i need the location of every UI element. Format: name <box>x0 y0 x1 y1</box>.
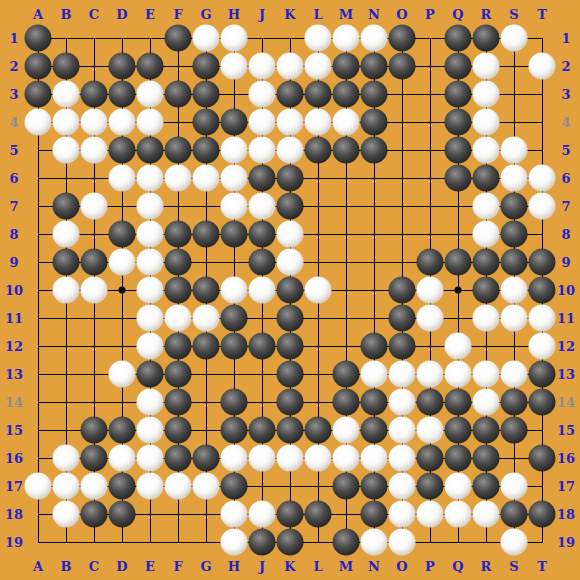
star-point-D10 <box>119 287 126 294</box>
stone-black-E2[interactable] <box>137 53 164 80</box>
row-label-right-15: 15 <box>557 423 575 438</box>
stone-black-J19[interactable] <box>249 529 276 556</box>
stone-black-T9[interactable] <box>529 249 556 276</box>
stone-black-F16[interactable] <box>165 445 192 472</box>
stone-white-T6[interactable] <box>529 165 556 192</box>
col-label-top-D: D <box>116 7 127 22</box>
stone-white-K5[interactable] <box>277 137 304 164</box>
stone-white-R2[interactable] <box>473 53 500 80</box>
stone-black-D15[interactable] <box>109 417 136 444</box>
stone-black-R6[interactable] <box>473 165 500 192</box>
stone-white-E11[interactable] <box>137 305 164 332</box>
stone-black-F10[interactable] <box>165 277 192 304</box>
stone-black-N14[interactable] <box>361 389 388 416</box>
stone-white-A17[interactable] <box>25 473 52 500</box>
row-label-left-6: 6 <box>9 171 18 186</box>
stone-white-E6[interactable] <box>137 165 164 192</box>
stone-white-T11[interactable] <box>529 305 556 332</box>
stone-white-G1[interactable] <box>193 25 220 52</box>
stone-white-S1[interactable] <box>501 25 528 52</box>
row-label-right-18: 18 <box>557 507 575 522</box>
stone-white-D16[interactable] <box>109 445 136 472</box>
row-label-left-13: 13 <box>5 367 23 382</box>
stone-black-T18[interactable] <box>529 501 556 528</box>
row-label-left-12: 12 <box>5 339 23 354</box>
col-label-bottom-L: L <box>313 559 322 574</box>
stone-black-Q3[interactable] <box>445 81 472 108</box>
stone-white-M4[interactable] <box>333 109 360 136</box>
stone-black-T16[interactable] <box>529 445 556 472</box>
stone-black-K6[interactable] <box>277 165 304 192</box>
col-label-bottom-E: E <box>145 559 155 574</box>
row-label-right-17: 17 <box>557 479 575 494</box>
col-label-bottom-H: H <box>228 559 240 574</box>
col-label-top-P: P <box>425 7 435 22</box>
stone-black-A3[interactable] <box>25 81 52 108</box>
stone-black-K15[interactable] <box>277 417 304 444</box>
stone-white-F6[interactable] <box>165 165 192 192</box>
stone-white-S13[interactable] <box>501 361 528 388</box>
stone-black-C16[interactable] <box>81 445 108 472</box>
stone-white-S17[interactable] <box>501 473 528 500</box>
stone-white-H1[interactable] <box>221 25 248 52</box>
stone-white-N16[interactable] <box>361 445 388 472</box>
stone-white-O15[interactable] <box>389 417 416 444</box>
stone-black-K12[interactable] <box>277 333 304 360</box>
stone-white-N19[interactable] <box>361 529 388 556</box>
stone-white-D4[interactable] <box>109 109 136 136</box>
stone-black-B7[interactable] <box>53 193 80 220</box>
col-label-bottom-J: J <box>259 559 265 574</box>
stone-black-B9[interactable] <box>53 249 80 276</box>
row-label-left-9: 9 <box>9 255 18 270</box>
stone-white-R8[interactable] <box>473 221 500 248</box>
stone-black-S9[interactable] <box>501 249 528 276</box>
stone-black-F5[interactable] <box>165 137 192 164</box>
stone-black-Q1[interactable] <box>445 25 472 52</box>
stone-white-M16[interactable] <box>333 445 360 472</box>
stone-black-J9[interactable] <box>249 249 276 276</box>
stone-white-F17[interactable] <box>165 473 192 500</box>
stone-white-G11[interactable] <box>193 305 220 332</box>
stone-black-H15[interactable] <box>221 417 248 444</box>
stone-white-M1[interactable] <box>333 25 360 52</box>
col-label-bottom-Q: Q <box>452 559 463 574</box>
stone-white-P11[interactable] <box>417 305 444 332</box>
stone-white-C7[interactable] <box>81 193 108 220</box>
stone-black-K18[interactable] <box>277 501 304 528</box>
stone-black-Q2[interactable] <box>445 53 472 80</box>
stone-black-K10[interactable] <box>277 277 304 304</box>
stone-black-R9[interactable] <box>473 249 500 276</box>
stone-black-R1[interactable] <box>473 25 500 52</box>
stone-white-B5[interactable] <box>53 137 80 164</box>
stone-black-T13[interactable] <box>529 361 556 388</box>
stone-white-K4[interactable] <box>277 109 304 136</box>
stone-black-T10[interactable] <box>529 277 556 304</box>
col-label-top-H: H <box>228 7 240 22</box>
row-label-left-2: 2 <box>9 59 18 74</box>
stone-white-M15[interactable] <box>333 417 360 444</box>
stone-black-H8[interactable] <box>221 221 248 248</box>
stone-white-L10[interactable] <box>305 277 332 304</box>
stone-white-J5[interactable] <box>249 137 276 164</box>
stone-black-F12[interactable] <box>165 333 192 360</box>
stone-white-D13[interactable] <box>109 361 136 388</box>
stone-white-H2[interactable] <box>221 53 248 80</box>
stone-white-B16[interactable] <box>53 445 80 472</box>
stone-white-H16[interactable] <box>221 445 248 472</box>
stone-black-M2[interactable] <box>333 53 360 80</box>
row-label-left-19: 19 <box>5 535 23 550</box>
stone-black-L15[interactable] <box>305 417 332 444</box>
stone-black-J15[interactable] <box>249 417 276 444</box>
stone-white-O17[interactable] <box>389 473 416 500</box>
stone-black-H4[interactable] <box>221 109 248 136</box>
row-label-right-16: 16 <box>557 451 575 466</box>
stone-black-A1[interactable] <box>25 25 52 52</box>
stone-white-J4[interactable] <box>249 109 276 136</box>
col-label-bottom-F: F <box>173 559 182 574</box>
col-label-top-B: B <box>61 7 72 22</box>
stone-white-C4[interactable] <box>81 109 108 136</box>
col-label-top-K: K <box>284 7 295 22</box>
stone-white-S11[interactable] <box>501 305 528 332</box>
stone-black-F9[interactable] <box>165 249 192 276</box>
stone-black-H12[interactable] <box>221 333 248 360</box>
stone-white-O19[interactable] <box>389 529 416 556</box>
col-label-top-R: R <box>481 7 492 22</box>
col-label-top-O: O <box>396 7 407 22</box>
row-label-right-4: 4 <box>561 115 570 130</box>
stone-black-D18[interactable] <box>109 501 136 528</box>
row-label-right-19: 19 <box>557 535 575 550</box>
stone-white-B10[interactable] <box>53 277 80 304</box>
stone-black-K7[interactable] <box>277 193 304 220</box>
stone-black-M13[interactable] <box>333 361 360 388</box>
stone-black-K13[interactable] <box>277 361 304 388</box>
col-label-bottom-N: N <box>368 559 380 574</box>
stone-white-E16[interactable] <box>137 445 164 472</box>
stone-black-G10[interactable] <box>193 277 220 304</box>
stone-black-S15[interactable] <box>501 417 528 444</box>
stone-black-M3[interactable] <box>333 81 360 108</box>
row-label-right-11: 11 <box>557 311 575 326</box>
stone-black-M17[interactable] <box>333 473 360 500</box>
stone-black-D17[interactable] <box>109 473 136 500</box>
col-label-top-N: N <box>368 7 380 22</box>
stone-black-C15[interactable] <box>81 417 108 444</box>
stone-black-D8[interactable] <box>109 221 136 248</box>
stone-black-O12[interactable] <box>389 333 416 360</box>
stone-white-J3[interactable] <box>249 81 276 108</box>
stone-white-C10[interactable] <box>81 277 108 304</box>
stone-white-R3[interactable] <box>473 81 500 108</box>
stone-black-R17[interactable] <box>473 473 500 500</box>
row-label-left-15: 15 <box>5 423 23 438</box>
stone-black-F1[interactable] <box>165 25 192 52</box>
row-label-left-5: 5 <box>9 143 18 158</box>
stone-black-E5[interactable] <box>137 137 164 164</box>
stone-white-Q18[interactable] <box>445 501 472 528</box>
stone-black-G2[interactable] <box>193 53 220 80</box>
stone-black-K19[interactable] <box>277 529 304 556</box>
stone-black-H11[interactable] <box>221 305 248 332</box>
stone-white-H6[interactable] <box>221 165 248 192</box>
stone-white-R7[interactable] <box>473 193 500 220</box>
stone-white-R5[interactable] <box>473 137 500 164</box>
col-label-bottom-P: P <box>425 559 435 574</box>
stone-black-G3[interactable] <box>193 81 220 108</box>
stone-black-P16[interactable] <box>417 445 444 472</box>
stone-black-P14[interactable] <box>417 389 444 416</box>
stone-black-N17[interactable] <box>361 473 388 500</box>
stone-black-S14[interactable] <box>501 389 528 416</box>
stone-black-R16[interactable] <box>473 445 500 472</box>
stone-white-B18[interactable] <box>53 501 80 528</box>
stone-white-H10[interactable] <box>221 277 248 304</box>
stone-white-S10[interactable] <box>501 277 528 304</box>
stone-white-R18[interactable] <box>473 501 500 528</box>
stone-white-Q13[interactable] <box>445 361 472 388</box>
row-label-right-1: 1 <box>561 31 570 46</box>
stone-black-R10[interactable] <box>473 277 500 304</box>
stone-white-H19[interactable] <box>221 529 248 556</box>
stone-white-K9[interactable] <box>277 249 304 276</box>
stone-white-Q12[interactable] <box>445 333 472 360</box>
stone-white-R11[interactable] <box>473 305 500 332</box>
stone-white-O18[interactable] <box>389 501 416 528</box>
stone-white-O13[interactable] <box>389 361 416 388</box>
stone-black-R15[interactable] <box>473 417 500 444</box>
stone-white-D9[interactable] <box>109 249 136 276</box>
col-label-bottom-M: M <box>339 559 353 574</box>
stone-black-O2[interactable] <box>389 53 416 80</box>
stone-black-O11[interactable] <box>389 305 416 332</box>
row-label-left-14: 14 <box>5 395 23 410</box>
row-label-left-18: 18 <box>5 507 23 522</box>
stone-white-B3[interactable] <box>53 81 80 108</box>
row-label-right-3: 3 <box>561 87 570 102</box>
col-label-bottom-S: S <box>509 559 518 574</box>
stone-black-S7[interactable] <box>501 193 528 220</box>
stone-black-Q16[interactable] <box>445 445 472 472</box>
stone-white-R4[interactable] <box>473 109 500 136</box>
stone-black-K14[interactable] <box>277 389 304 416</box>
stone-white-S19[interactable] <box>501 529 528 556</box>
stone-black-G8[interactable] <box>193 221 220 248</box>
col-label-top-E: E <box>145 7 155 22</box>
row-label-left-3: 3 <box>9 87 18 102</box>
stone-black-L5[interactable] <box>305 137 332 164</box>
stone-white-E7[interactable] <box>137 193 164 220</box>
stone-black-D5[interactable] <box>109 137 136 164</box>
stone-white-J18[interactable] <box>249 501 276 528</box>
stone-black-N4[interactable] <box>361 109 388 136</box>
row-label-right-2: 2 <box>561 59 570 74</box>
stone-black-J12[interactable] <box>249 333 276 360</box>
stone-black-G4[interactable] <box>193 109 220 136</box>
col-label-bottom-O: O <box>396 559 407 574</box>
stone-white-E15[interactable] <box>137 417 164 444</box>
stone-black-E13[interactable] <box>137 361 164 388</box>
row-label-right-7: 7 <box>561 199 570 214</box>
stone-white-Q17[interactable] <box>445 473 472 500</box>
stone-black-G16[interactable] <box>193 445 220 472</box>
stone-white-O16[interactable] <box>389 445 416 472</box>
stone-black-N18[interactable] <box>361 501 388 528</box>
stone-white-J10[interactable] <box>249 277 276 304</box>
stone-black-H17[interactable] <box>221 473 248 500</box>
stone-black-J8[interactable] <box>249 221 276 248</box>
stone-black-L18[interactable] <box>305 501 332 528</box>
stone-black-S8[interactable] <box>501 221 528 248</box>
stone-white-E4[interactable] <box>137 109 164 136</box>
stone-black-M5[interactable] <box>333 137 360 164</box>
stone-black-M19[interactable] <box>333 529 360 556</box>
stone-black-A2[interactable] <box>25 53 52 80</box>
stone-white-T2[interactable] <box>529 53 556 80</box>
stone-white-C5[interactable] <box>81 137 108 164</box>
stone-black-O1[interactable] <box>389 25 416 52</box>
row-label-right-8: 8 <box>561 227 570 242</box>
row-label-left-16: 16 <box>5 451 23 466</box>
stone-black-P9[interactable] <box>417 249 444 276</box>
stone-white-A4[interactable] <box>25 109 52 136</box>
stone-black-Q4[interactable] <box>445 109 472 136</box>
stone-white-K16[interactable] <box>277 445 304 472</box>
col-label-top-L: L <box>313 7 322 22</box>
stone-black-S18[interactable] <box>501 501 528 528</box>
stone-white-P18[interactable] <box>417 501 444 528</box>
stone-white-S6[interactable] <box>501 165 528 192</box>
stone-white-T12[interactable] <box>529 333 556 360</box>
stone-white-G6[interactable] <box>193 165 220 192</box>
stone-black-D3[interactable] <box>109 81 136 108</box>
stone-white-E10[interactable] <box>137 277 164 304</box>
stone-white-E17[interactable] <box>137 473 164 500</box>
stone-black-F3[interactable] <box>165 81 192 108</box>
stone-white-J16[interactable] <box>249 445 276 472</box>
stone-white-G17[interactable] <box>193 473 220 500</box>
stone-white-B4[interactable] <box>53 109 80 136</box>
stone-white-H18[interactable] <box>221 501 248 528</box>
stone-white-S5[interactable] <box>501 137 528 164</box>
stone-white-E3[interactable] <box>137 81 164 108</box>
stone-white-P13[interactable] <box>417 361 444 388</box>
stone-black-H14[interactable] <box>221 389 248 416</box>
row-label-left-1: 1 <box>9 31 18 46</box>
stone-white-B17[interactable] <box>53 473 80 500</box>
col-label-top-S: S <box>509 7 518 22</box>
stone-white-L4[interactable] <box>305 109 332 136</box>
stone-black-F15[interactable] <box>165 417 192 444</box>
stone-white-D6[interactable] <box>109 165 136 192</box>
stone-black-B2[interactable] <box>53 53 80 80</box>
stone-black-C3[interactable] <box>81 81 108 108</box>
stone-black-K11[interactable] <box>277 305 304 332</box>
col-label-bottom-B: B <box>61 559 72 574</box>
stone-white-H7[interactable] <box>221 193 248 220</box>
stone-black-F14[interactable] <box>165 389 192 416</box>
col-label-top-T: T <box>537 7 547 22</box>
stone-black-F8[interactable] <box>165 221 192 248</box>
stone-black-N12[interactable] <box>361 333 388 360</box>
stone-white-J2[interactable] <box>249 53 276 80</box>
stone-black-Q15[interactable] <box>445 417 472 444</box>
stone-black-K3[interactable] <box>277 81 304 108</box>
stone-white-N1[interactable] <box>361 25 388 52</box>
col-label-top-C: C <box>89 7 99 22</box>
stone-white-E8[interactable] <box>137 221 164 248</box>
stone-black-Q6[interactable] <box>445 165 472 192</box>
stone-white-K8[interactable] <box>277 221 304 248</box>
stone-white-J7[interactable] <box>249 193 276 220</box>
col-label-bottom-K: K <box>284 559 295 574</box>
col-label-top-J: J <box>259 7 265 22</box>
stone-white-L16[interactable] <box>305 445 332 472</box>
stone-white-T7[interactable] <box>529 193 556 220</box>
stone-white-H5[interactable] <box>221 137 248 164</box>
stone-black-G5[interactable] <box>193 137 220 164</box>
stone-black-Q14[interactable] <box>445 389 472 416</box>
stone-white-N13[interactable] <box>361 361 388 388</box>
stone-white-O14[interactable] <box>389 389 416 416</box>
stone-black-O10[interactable] <box>389 277 416 304</box>
col-label-top-Q: Q <box>452 7 463 22</box>
stone-white-L2[interactable] <box>305 53 332 80</box>
stone-black-C9[interactable] <box>81 249 108 276</box>
row-label-left-7: 7 <box>9 199 18 214</box>
stone-black-N2[interactable] <box>361 53 388 80</box>
stone-black-Q9[interactable] <box>445 249 472 276</box>
stone-white-K2[interactable] <box>277 53 304 80</box>
stone-black-F13[interactable] <box>165 361 192 388</box>
stone-black-L3[interactable] <box>305 81 332 108</box>
row-label-right-5: 5 <box>561 143 570 158</box>
stone-black-M14[interactable] <box>333 389 360 416</box>
row-label-left-11: 11 <box>5 311 23 326</box>
col-label-bottom-C: C <box>89 559 99 574</box>
stone-white-F11[interactable] <box>165 305 192 332</box>
stone-black-P17[interactable] <box>417 473 444 500</box>
stone-black-N5[interactable] <box>361 137 388 164</box>
go-board-app: AABBCCDDEEFFGGHHJJKKLLMMNNOOPPQQRRSSTT11… <box>0 0 580 580</box>
stone-black-T14[interactable] <box>529 389 556 416</box>
star-point-Q10 <box>455 287 462 294</box>
stone-white-E14[interactable] <box>137 389 164 416</box>
stone-black-J6[interactable] <box>249 165 276 192</box>
stone-black-N15[interactable] <box>361 417 388 444</box>
stone-black-Q5[interactable] <box>445 137 472 164</box>
stone-white-R13[interactable] <box>473 361 500 388</box>
stone-white-R14[interactable] <box>473 389 500 416</box>
stone-white-P10[interactable] <box>417 277 444 304</box>
stone-black-G12[interactable] <box>193 333 220 360</box>
stone-white-E9[interactable] <box>137 249 164 276</box>
stone-white-P15[interactable] <box>417 417 444 444</box>
col-label-bottom-G: G <box>200 559 211 574</box>
stone-black-D2[interactable] <box>109 53 136 80</box>
stone-white-L1[interactable] <box>305 25 332 52</box>
col-label-top-F: F <box>173 7 182 22</box>
stone-black-N3[interactable] <box>361 81 388 108</box>
row-label-left-4: 4 <box>9 115 18 130</box>
stone-white-B8[interactable] <box>53 221 80 248</box>
stone-white-E12[interactable] <box>137 333 164 360</box>
stone-white-C17[interactable] <box>81 473 108 500</box>
stone-black-C18[interactable] <box>81 501 108 528</box>
